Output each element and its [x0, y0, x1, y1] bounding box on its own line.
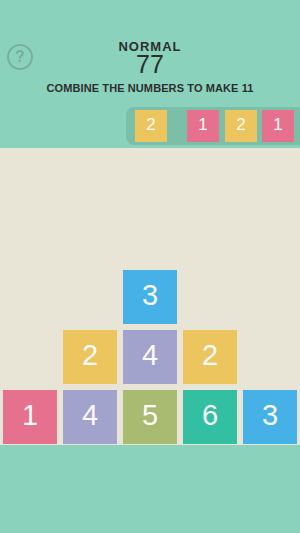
- queue-bar: 2121: [126, 107, 300, 145]
- board-tile[interactable]: 4: [63, 390, 117, 444]
- board-tile[interactable]: 3: [243, 390, 297, 444]
- board-tile[interactable]: 5: [123, 390, 177, 444]
- board-tile-value: 5: [142, 399, 158, 432]
- queue-tile-value: 1: [198, 115, 207, 135]
- board-tile[interactable]: 2: [63, 330, 117, 384]
- board-tile-value: 3: [142, 279, 158, 312]
- board-tile[interactable]: 4: [123, 330, 177, 384]
- board-tile-value: 4: [142, 339, 158, 372]
- queue-tile: 1: [187, 110, 219, 142]
- queue-tile: 1: [262, 110, 294, 142]
- board-tile[interactable]: 6: [183, 390, 237, 444]
- queue-tile: 2: [135, 110, 167, 142]
- board-tile-value: 2: [82, 339, 98, 372]
- queue-tile-value: 1: [273, 115, 282, 135]
- board-tile-value: 6: [202, 399, 218, 432]
- queue-tile: 2: [225, 110, 257, 142]
- board-tile-value: 2: [202, 339, 218, 372]
- board-tile-value: 4: [82, 399, 98, 432]
- instruction-text: COMBINE THE NUMBERS TO MAKE 11: [0, 82, 300, 94]
- board-tile-value: 3: [262, 399, 278, 432]
- board-tile[interactable]: 2: [183, 330, 237, 384]
- board-tile[interactable]: 1: [3, 390, 57, 444]
- footer-bar: [0, 445, 300, 533]
- game-screen: ? NORMAL 77 COMBINE THE NUMBERS TO MAKE …: [0, 0, 300, 533]
- board-tile[interactable]: 3: [123, 270, 177, 324]
- score-value: 77: [0, 52, 300, 77]
- queue-tile-value: 2: [236, 115, 245, 135]
- queue-tile-value: 2: [146, 115, 155, 135]
- board-tile-value: 1: [22, 399, 38, 432]
- board-grid: 324214563: [3, 270, 297, 444]
